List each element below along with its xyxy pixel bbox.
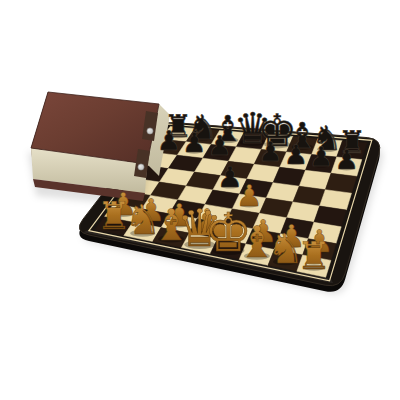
chess-set-scene: ♜♞♝♛♚♝♟♞♟♜♟♟♟♟♟♟♟♟♟♟♜♟♞♝♟♛♟♚♟♝♞♜ — [0, 0, 400, 400]
box-stud-button — [138, 164, 144, 170]
piece-black-pawn-h7: ♟ — [334, 144, 358, 175]
chess-set-product-photo: ♜♞♝♛♚♝♟♞♟♜♟♟♟♟♟♟♟♟♟♟♜♟♞♝♟♛♟♚♟♝♞♜ — [0, 0, 400, 400]
piece-black-pawn-c7: ♟ — [207, 130, 231, 161]
box-stud-button — [147, 128, 153, 134]
piece-glyph: ♟ — [334, 144, 358, 175]
piece-black-pawn-f7: ♟ — [284, 139, 308, 170]
piece-glyph: ♟ — [309, 141, 333, 172]
piece-black-pawn-g7: ♟ — [309, 141, 333, 172]
piece-glyph: ♟ — [258, 136, 282, 167]
piece-black-pawn-e7: ♟ — [258, 136, 282, 167]
piece-glyph: ♜ — [297, 234, 331, 278]
piece-black-pawn-b7: ♟ — [182, 127, 206, 158]
piece-black-pawn-a7: ♟ — [157, 125, 181, 156]
piece-glyph: ♟ — [157, 125, 181, 156]
piece-glyph: ♟ — [182, 127, 206, 158]
piece-glyph: ♟ — [207, 130, 231, 161]
piece-white-rook-h1: ♜ — [297, 234, 331, 278]
piece-glyph: ♟ — [284, 139, 308, 170]
